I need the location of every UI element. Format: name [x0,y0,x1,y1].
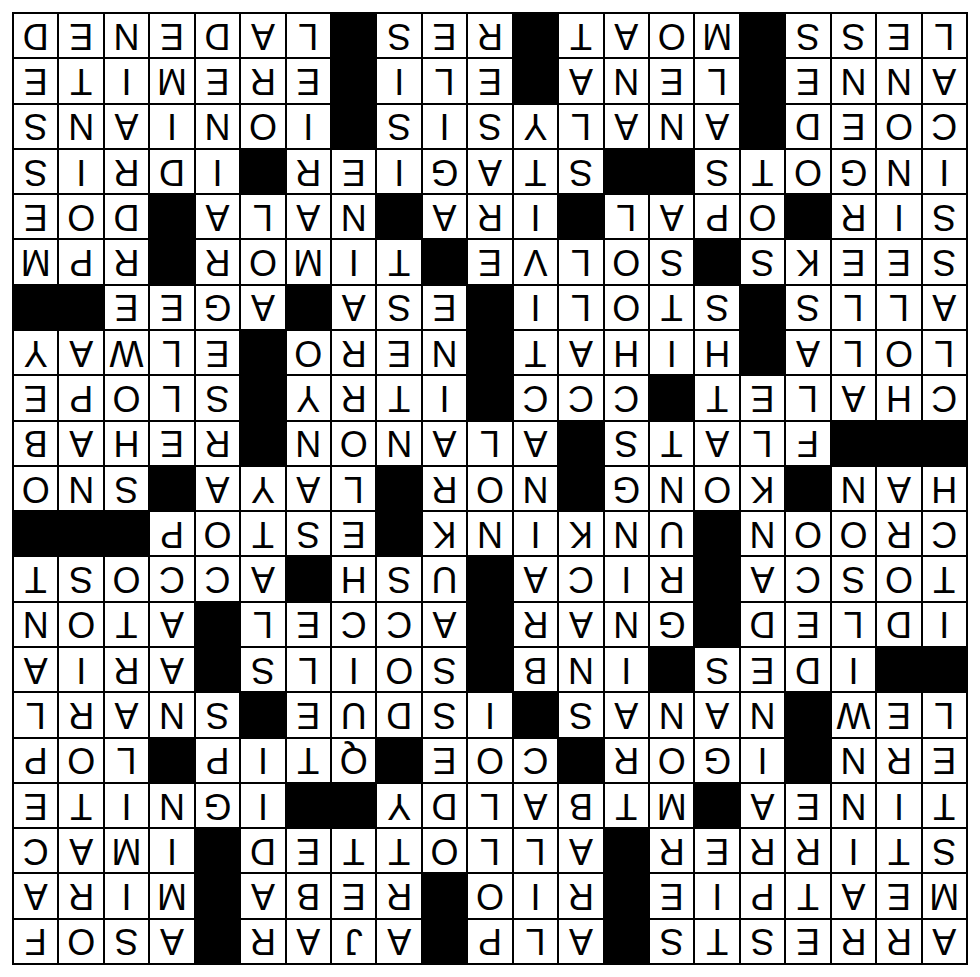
crossword-cell[interactable]: H [695,331,738,374]
crossword-cell[interactable]: S [423,648,466,691]
crossword-cell[interactable]: O [468,874,511,917]
crossword-cell[interactable]: N [59,105,102,148]
crossword-cell[interactable]: U [423,557,466,600]
crossword-cell[interactable]: T [287,739,330,782]
crossword-cell[interactable]: A [287,195,330,238]
crossword-cell[interactable]: I [332,240,375,283]
crossword-cell[interactable]: M [287,240,330,283]
crossword-cell[interactable]: V [514,240,557,283]
crossword-cell[interactable]: T [514,331,557,374]
crossword-cell[interactable]: E [14,784,57,827]
crossword-cell[interactable]: R [423,467,466,510]
crossword-cell[interactable]: E [741,648,784,691]
crossword-cell[interactable]: O [105,557,148,600]
crossword-cell[interactable]: I [468,693,511,736]
crossword-cell[interactable]: L [241,195,284,238]
crossword-cell[interactable]: R [196,422,239,465]
crossword-cell[interactable]: E [832,240,875,283]
crossword-cell[interactable]: D [14,14,57,57]
crossword-cell[interactable]: O [377,648,420,691]
crossword-cell[interactable]: C [786,557,829,600]
crossword-cell[interactable]: O [105,376,148,419]
crossword-cell[interactable]: I [287,105,330,148]
crossword-cell[interactable]: I [105,59,148,102]
crossword-cell[interactable]: R [196,240,239,283]
crossword-cell[interactable]: R [105,240,148,283]
crossword-cell[interactable]: A [923,920,966,963]
crossword-cell[interactable]: N [514,467,557,510]
crossword-cell[interactable]: O [468,739,511,782]
crossword-cell[interactable]: A [59,331,102,374]
crossword-cell[interactable]: S [923,829,966,872]
crossword-cell[interactable]: P [14,739,57,782]
crossword-cell[interactable]: S [695,286,738,329]
crossword-cell[interactable]: N [650,467,693,510]
crossword-cell[interactable]: E [786,59,829,102]
crossword-cell[interactable]: A [150,603,193,646]
crossword-cell[interactable]: M [150,59,193,102]
crossword-cell[interactable]: A [741,784,784,827]
crossword-cell[interactable]: C [196,557,239,600]
crossword-cell[interactable]: A [695,693,738,736]
crossword-cell[interactable]: E [923,739,966,782]
crossword-cell[interactable]: T [241,512,284,555]
crossword-cell[interactable]: T [923,784,966,827]
crossword-cell[interactable]: A [196,195,239,238]
crossword-cell[interactable]: I [241,739,284,782]
crossword-cell[interactable]: C [150,557,193,600]
crossword-cell[interactable]: A [514,784,557,827]
crossword-cell[interactable]: A [196,467,239,510]
crossword-cell[interactable]: R [332,376,375,419]
crossword-cell[interactable]: L [605,195,648,238]
crossword-cell[interactable]: L [287,14,330,57]
crossword-cell[interactable]: N [332,195,375,238]
crossword-cell[interactable]: N [377,422,420,465]
crossword-cell[interactable]: N [150,784,193,827]
crossword-cell[interactable]: P [695,195,738,238]
crossword-cell[interactable]: G [605,467,648,510]
crossword-cell[interactable]: L [423,59,466,102]
crossword-cell[interactable]: S [786,286,829,329]
crossword-cell[interactable]: H [877,376,920,419]
crossword-cell[interactable]: S [695,150,738,193]
crossword-cell[interactable]: P [196,739,239,782]
crossword-cell[interactable]: Y [377,784,420,827]
crossword-cell[interactable]: A [605,14,648,57]
crossword-cell[interactable]: N [423,331,466,374]
crossword-cell[interactable]: I [514,195,557,238]
crossword-cell[interactable]: N [287,422,330,465]
crossword-cell[interactable]: F [786,422,829,465]
crossword-cell[interactable]: S [14,105,57,148]
crossword-cell[interactable]: A [695,422,738,465]
crossword-cell[interactable]: P [59,376,102,419]
crossword-cell[interactable]: O [241,105,284,148]
crossword-cell[interactable]: S [468,105,511,148]
crossword-cell[interactable]: A [423,603,466,646]
crossword-cell[interactable]: L [150,376,193,419]
crossword-cell[interactable]: N [650,105,693,148]
crossword-cell[interactable]: A [241,557,284,600]
crossword-cell[interactable]: R [832,195,875,238]
crossword-cell[interactable]: E [650,874,693,917]
crossword-cell[interactable]: R [832,920,875,963]
crossword-cell[interactable]: T [377,829,420,872]
crossword-cell[interactable]: C [377,603,420,646]
crossword-cell[interactable]: E [150,14,193,57]
crossword-cell[interactable]: A [423,195,466,238]
crossword-cell[interactable]: R [741,829,784,872]
crossword-cell[interactable]: L [514,829,557,872]
crossword-cell[interactable]: P [741,874,784,917]
crossword-cell[interactable]: W [105,331,148,374]
crossword-cell[interactable]: G [196,784,239,827]
crossword-cell[interactable]: R [514,603,557,646]
crossword-cell[interactable]: L [832,286,875,329]
crossword-cell[interactable]: T [650,286,693,329]
crossword-cell[interactable]: A [150,648,193,691]
crossword-cell[interactable]: D [741,603,784,646]
crossword-cell[interactable]: D [377,693,420,736]
crossword-cell[interactable]: H [605,331,648,374]
crossword-cell[interactable]: C [14,829,57,872]
crossword-cell[interactable]: L [877,286,920,329]
crossword-cell[interactable]: T [695,920,738,963]
crossword-cell[interactable]: Y [514,105,557,148]
crossword-cell[interactable]: A [377,920,420,963]
crossword-cell[interactable]: F [14,920,57,963]
crossword-cell[interactable]: O [877,557,920,600]
crossword-cell[interactable]: J [332,920,375,963]
crossword-cell[interactable]: P [59,240,102,283]
crossword-cell[interactable]: O [650,14,693,57]
crossword-cell[interactable]: R [105,648,148,691]
crossword-cell[interactable]: S [196,693,239,736]
crossword-cell[interactable]: G [832,150,875,193]
crossword-cell[interactable]: I [196,150,239,193]
crossword-cell[interactable]: O [468,467,511,510]
crossword-cell[interactable]: B [287,874,330,917]
crossword-cell[interactable]: N [468,512,511,555]
crossword-cell[interactable]: T [786,874,829,917]
crossword-cell[interactable]: I [923,150,966,193]
crossword-cell[interactable]: L [468,784,511,827]
crossword-cell[interactable]: A [14,648,57,691]
crossword-cell[interactable]: E [150,422,193,465]
crossword-cell[interactable]: I [332,648,375,691]
crossword-cell[interactable]: I [105,784,148,827]
crossword-cell[interactable]: O [832,512,875,555]
crossword-cell[interactable]: G [650,603,693,646]
crossword-cell[interactable]: O [14,467,57,510]
crossword-cell[interactable]: A [605,105,648,148]
crossword-cell[interactable]: I [741,739,784,782]
crossword-cell[interactable]: L [832,603,875,646]
crossword-cell[interactable]: O [59,603,102,646]
crossword-cell[interactable]: S [377,557,420,600]
crossword-cell[interactable]: E [332,150,375,193]
crossword-cell[interactable]: M [14,240,57,283]
crossword-cell[interactable]: C [559,557,602,600]
crossword-cell[interactable]: O [695,467,738,510]
crossword-cell[interactable]: R [468,195,511,238]
crossword-cell[interactable]: R [468,14,511,57]
crossword-cell[interactable]: E [423,286,466,329]
crossword-cell[interactable]: R [877,739,920,782]
crossword-cell[interactable]: R [59,874,102,917]
crossword-cell[interactable]: I [832,648,875,691]
crossword-cell[interactable]: L [923,331,966,374]
crossword-cell[interactable]: A [923,286,966,329]
crossword-cell[interactable]: E [377,331,420,374]
crossword-cell[interactable]: N [877,150,920,193]
crossword-cell[interactable]: E [468,59,511,102]
crossword-cell[interactable]: A [923,59,966,102]
crossword-cell[interactable]: D [196,14,239,57]
crossword-cell[interactable]: R [877,512,920,555]
crossword-cell[interactable]: A [105,105,148,148]
crossword-cell[interactable]: E [287,603,330,646]
crossword-cell[interactable]: C [332,603,375,646]
crossword-cell[interactable]: A [514,422,557,465]
crossword-cell[interactable]: L [559,286,602,329]
crossword-cell[interactable]: S [832,557,875,600]
crossword-cell[interactable]: C [923,512,966,555]
crossword-cell[interactable]: I [59,648,102,691]
crossword-cell[interactable]: O [650,739,693,782]
crossword-cell[interactable]: H [332,557,375,600]
crossword-cell[interactable]: O [332,422,375,465]
crossword-cell[interactable]: S [287,512,330,555]
crossword-cell[interactable]: C [923,105,966,148]
crossword-cell[interactable]: B [559,784,602,827]
crossword-cell[interactable]: W [832,693,875,736]
crossword-cell[interactable]: C [514,739,557,782]
crossword-cell[interactable]: D [877,603,920,646]
crossword-cell[interactable]: I [105,874,148,917]
crossword-cell[interactable]: E [650,59,693,102]
crossword-cell[interactable]: M [650,784,693,827]
crossword-cell[interactable]: R [377,874,420,917]
crossword-cell[interactable]: A [59,829,102,872]
crossword-cell[interactable]: I [923,603,966,646]
crossword-cell[interactable]: A [877,467,920,510]
crossword-cell[interactable]: K [423,512,466,555]
crossword-cell[interactable]: R [650,829,693,872]
crossword-cell[interactable]: L [105,739,148,782]
crossword-cell[interactable]: S [377,105,420,148]
crossword-cell[interactable]: C [514,376,557,419]
crossword-cell[interactable]: I [877,195,920,238]
crossword-cell[interactable]: L [832,331,875,374]
crossword-cell[interactable]: A [105,693,148,736]
crossword-cell[interactable]: S [741,920,784,963]
crossword-cell[interactable]: N [150,693,193,736]
crossword-cell[interactable]: K [559,512,602,555]
crossword-cell[interactable]: R [559,874,602,917]
crossword-cell[interactable]: I [605,557,648,600]
crossword-cell[interactable]: N [14,603,57,646]
crossword-cell[interactable]: I [59,150,102,193]
crossword-cell[interactable]: A [559,603,602,646]
crossword-cell[interactable]: E [877,874,920,917]
crossword-cell[interactable]: O [605,240,648,283]
crossword-cell[interactable]: S [105,920,148,963]
crossword-cell[interactable]: N [105,14,148,57]
crossword-cell[interactable]: O [59,920,102,963]
crossword-cell[interactable]: I [514,286,557,329]
crossword-cell[interactable]: A [287,467,330,510]
crossword-cell[interactable]: Y [287,376,330,419]
crossword-cell[interactable]: S [559,693,602,736]
crossword-cell[interactable]: H [923,467,966,510]
crossword-cell[interactable]: R [241,59,284,102]
crossword-cell[interactable]: L [559,105,602,148]
crossword-cell[interactable]: T [14,557,57,600]
crossword-cell[interactable]: A [332,286,375,329]
crossword-cell[interactable]: E [332,874,375,917]
crossword-cell[interactable]: T [741,150,784,193]
crossword-cell[interactable]: N [741,693,784,736]
crossword-cell[interactable]: R [877,920,920,963]
crossword-cell[interactable]: M [923,874,966,917]
crossword-cell[interactable]: S [105,467,148,510]
crossword-cell[interactable]: A [14,874,57,917]
crossword-cell[interactable]: E [150,286,193,329]
crossword-cell[interactable]: L [741,422,784,465]
crossword-cell[interactable]: E [105,286,148,329]
crossword-cell[interactable]: T [59,784,102,827]
crossword-cell[interactable]: I [150,829,193,872]
crossword-cell[interactable]: I [241,784,284,827]
crossword-cell[interactable]: R [241,920,284,963]
crossword-cell[interactable]: D [786,648,829,691]
crossword-cell[interactable]: I [377,150,420,193]
crossword-cell[interactable]: O [196,512,239,555]
crossword-cell[interactable]: A [150,920,193,963]
crossword-cell[interactable]: L [695,59,738,102]
crossword-cell[interactable]: E [287,59,330,102]
crossword-cell[interactable]: E [14,59,57,102]
crossword-cell[interactable]: T [105,603,148,646]
crossword-cell[interactable]: I [695,874,738,917]
crossword-cell[interactable]: G [695,739,738,782]
crossword-cell[interactable]: A [241,286,284,329]
crossword-cell[interactable]: A [832,874,875,917]
crossword-cell[interactable]: S [559,150,602,193]
crossword-cell[interactable]: S [832,14,875,57]
crossword-cell[interactable]: A [650,195,693,238]
crossword-cell[interactable]: D [241,829,284,872]
crossword-cell[interactable]: P [468,920,511,963]
crossword-cell[interactable]: L [923,14,966,57]
crossword-cell[interactable]: I [150,105,193,148]
crossword-cell[interactable]: O [59,195,102,238]
crossword-cell[interactable]: O [741,195,784,238]
crossword-cell[interactable]: S [650,920,693,963]
crossword-cell[interactable]: O [786,150,829,193]
crossword-cell[interactable]: T [559,14,602,57]
crossword-cell[interactable]: B [514,648,557,691]
crossword-cell[interactable]: E [14,376,57,419]
crossword-cell[interactable]: C [605,376,648,419]
crossword-cell[interactable]: H [105,422,148,465]
crossword-cell[interactable]: U [332,693,375,736]
crossword-cell[interactable]: S [377,14,420,57]
crossword-cell[interactable]: D [423,784,466,827]
crossword-cell[interactable]: E [59,14,102,57]
crossword-cell[interactable]: S [786,14,829,57]
crossword-cell[interactable]: N [741,512,784,555]
crossword-cell[interactable]: G [196,286,239,329]
crossword-cell[interactable]: A [59,422,102,465]
crossword-cell[interactable]: A [468,150,511,193]
crossword-cell[interactable]: S [650,240,693,283]
crossword-cell[interactable]: E [786,920,829,963]
crossword-cell[interactable]: S [605,422,648,465]
crossword-cell[interactable]: D [150,150,193,193]
crossword-cell[interactable]: Y [14,331,57,374]
crossword-cell[interactable]: E [741,376,784,419]
crossword-cell[interactable]: L [241,603,284,646]
crossword-cell[interactable]: E [423,14,466,57]
crossword-cell[interactable]: I [514,512,557,555]
crossword-cell[interactable]: E [695,829,738,872]
crossword-cell[interactable]: T [923,557,966,600]
crossword-cell[interactable]: S [695,648,738,691]
crossword-cell[interactable]: T [59,59,102,102]
crossword-cell[interactable]: D [105,195,148,238]
crossword-cell[interactable]: L [14,693,57,736]
crossword-cell[interactable]: R [605,739,648,782]
crossword-cell[interactable]: K [741,467,784,510]
crossword-cell[interactable]: R [650,557,693,600]
crossword-cell[interactable]: E [423,739,466,782]
crossword-cell[interactable]: A [559,920,602,963]
crossword-cell[interactable]: E [14,195,57,238]
crossword-cell[interactable]: K [786,240,829,283]
crossword-cell[interactable]: A [241,14,284,57]
crossword-cell[interactable]: S [196,376,239,419]
crossword-cell[interactable]: N [605,603,648,646]
crossword-cell[interactable]: N [605,59,648,102]
crossword-cell[interactable]: L [150,331,193,374]
crossword-cell[interactable]: M [150,874,193,917]
crossword-cell[interactable]: L [559,240,602,283]
crossword-cell[interactable]: A [287,920,330,963]
crossword-cell[interactable]: I [650,331,693,374]
crossword-cell[interactable]: L [514,920,557,963]
crossword-cell[interactable]: L [287,648,330,691]
crossword-cell[interactable]: R [105,150,148,193]
crossword-cell[interactable]: A [741,557,784,600]
crossword-cell[interactable]: A [423,422,466,465]
crossword-cell[interactable]: N [832,59,875,102]
crossword-cell[interactable]: E [832,105,875,148]
crossword-cell[interactable]: I [423,105,466,148]
crossword-cell[interactable]: N [832,784,875,827]
crossword-cell[interactable]: Y [241,467,284,510]
crossword-cell[interactable]: L [923,693,966,736]
crossword-cell[interactable]: L [786,376,829,419]
crossword-cell[interactable]: O [423,829,466,872]
crossword-cell[interactable]: T [332,829,375,872]
crossword-cell[interactable]: G [423,150,466,193]
crossword-cell[interactable]: R [786,829,829,872]
crossword-cell[interactable]: N [59,467,102,510]
crossword-cell[interactable]: N [832,467,875,510]
